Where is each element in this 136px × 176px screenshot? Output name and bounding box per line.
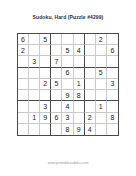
cell-r1c3: 5 <box>40 34 51 45</box>
cell-r1c9 <box>107 34 118 45</box>
cell-r7c1 <box>18 101 29 112</box>
sudoku-page: Sudoku, Hard (Puzzle #4299) 652254637652… <box>0 0 136 176</box>
cell-r5c8 <box>96 79 107 90</box>
cell-r3c6 <box>74 56 85 67</box>
cell-r2c1: 2 <box>18 45 29 56</box>
cell-r6c9 <box>107 90 118 101</box>
cell-r7c4 <box>51 101 62 112</box>
cell-r7c2 <box>29 101 40 112</box>
cell-r7c7 <box>85 101 96 112</box>
cell-r4c1 <box>18 68 29 79</box>
cell-r8c6 <box>74 113 85 124</box>
cell-r1c8: 2 <box>96 34 107 45</box>
cell-r1c5 <box>62 34 73 45</box>
cell-r3c4: 7 <box>51 56 62 67</box>
cell-r4c7 <box>85 68 96 79</box>
cell-r8c8 <box>96 113 107 124</box>
cell-r9c3 <box>40 124 51 135</box>
cell-r6c6: 8 <box>74 90 85 101</box>
cell-r4c3 <box>40 68 51 79</box>
cell-r2c3 <box>40 45 51 56</box>
cell-r3c7 <box>85 56 96 67</box>
cell-r2c6: 4 <box>74 45 85 56</box>
cell-r2c2 <box>29 45 40 56</box>
cell-r6c4 <box>51 90 62 101</box>
cell-r5c1 <box>18 79 29 90</box>
cell-r6c3 <box>40 90 51 101</box>
cell-r4c4 <box>51 68 62 79</box>
footer-url: www.printablesudoku.com <box>0 161 136 165</box>
cell-r3c3 <box>40 56 51 67</box>
cell-r2c9: 6 <box>107 45 118 56</box>
puzzle-title: Sudoku, Hard (Puzzle #4299) <box>0 14 136 20</box>
cell-r1c7 <box>85 34 96 45</box>
cell-r1c6 <box>74 34 85 45</box>
cell-r4c9 <box>107 68 118 79</box>
cell-r3c5 <box>62 56 73 67</box>
cell-r9c9 <box>107 124 118 135</box>
cell-r1c4 <box>51 34 62 45</box>
cell-r6c8 <box>96 90 107 101</box>
cell-r8c5: 3 <box>62 113 73 124</box>
cell-r8c1 <box>18 113 29 124</box>
cell-r5c5 <box>62 79 73 90</box>
cell-r9c8 <box>96 124 107 135</box>
cell-r4c8: 5 <box>96 68 107 79</box>
cell-r2c7 <box>85 45 96 56</box>
cell-r4c2 <box>29 68 40 79</box>
cell-r3c1 <box>18 56 29 67</box>
cell-r9c6: 9 <box>74 124 85 135</box>
cell-r4c6 <box>74 68 85 79</box>
cell-r2c8 <box>96 45 107 56</box>
cell-r5c7 <box>85 79 96 90</box>
cell-r1c1: 6 <box>18 34 29 45</box>
cell-r9c1 <box>18 124 29 135</box>
cell-r5c6: 1 <box>74 79 85 90</box>
cell-r1c2 <box>29 34 40 45</box>
cell-r9c4 <box>51 124 62 135</box>
cell-r6c5: 9 <box>62 90 73 101</box>
cell-r8c4: 6 <box>51 113 62 124</box>
cell-r9c7: 4 <box>85 124 96 135</box>
cell-r2c5: 5 <box>62 45 73 56</box>
cell-r3c9 <box>107 56 118 67</box>
cell-r8c7: 2 <box>85 113 96 124</box>
cell-r7c3: 3 <box>40 101 51 112</box>
cell-r5c3: 2 <box>40 79 51 90</box>
cell-r7c6 <box>74 101 85 112</box>
cell-r7c9 <box>107 101 118 112</box>
cell-r4c5: 6 <box>62 68 73 79</box>
cell-r5c2 <box>29 79 40 90</box>
cell-r2c4 <box>51 45 62 56</box>
cell-r5c4: 5 <box>51 79 62 90</box>
cell-r7c5: 4 <box>62 101 73 112</box>
cell-r7c8: 1 <box>96 101 107 112</box>
cell-r8c9: 8 <box>107 113 118 124</box>
cell-r6c7 <box>85 90 96 101</box>
cell-r9c2 <box>29 124 40 135</box>
cell-r8c2: 1 <box>29 113 40 124</box>
cell-r9c5: 8 <box>62 124 73 135</box>
cell-r8c3: 9 <box>40 113 51 124</box>
cell-r6c1 <box>18 90 29 101</box>
cell-r3c2: 3 <box>29 56 40 67</box>
cell-r3c8 <box>96 56 107 67</box>
sudoku-board: 65225463765251398341196328894 <box>17 33 119 136</box>
cell-r5c9: 3 <box>107 79 118 90</box>
cell-r6c2 <box>29 90 40 101</box>
